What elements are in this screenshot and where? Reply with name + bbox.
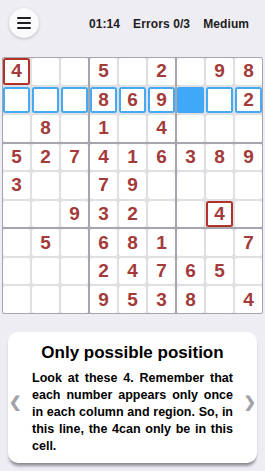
cell-r4c2[interactable]: 2: [32, 144, 59, 171]
menu-button[interactable]: [9, 8, 39, 38]
cell-r4c3[interactable]: 7: [61, 144, 88, 171]
cell-r5c3[interactable]: [61, 172, 88, 199]
next-hint-button[interactable]: ❯: [243, 394, 256, 409]
cell-r5c2[interactable]: [32, 172, 59, 199]
cell-r6c5[interactable]: 2: [119, 201, 146, 228]
cell-r4c5[interactable]: 1: [119, 144, 146, 171]
cell-r1c5[interactable]: [119, 58, 146, 85]
cell-r1c8[interactable]: 9: [206, 58, 233, 85]
cell-r8c4[interactable]: 2: [90, 258, 117, 285]
cell-r4c8[interactable]: 8: [206, 144, 233, 171]
cell-r3c1[interactable]: [3, 115, 30, 142]
box-4: 52739: [3, 144, 88, 228]
cell-r3c7[interactable]: [177, 115, 204, 142]
box-9: 76584: [177, 229, 262, 313]
cell-r7c4[interactable]: 6: [90, 229, 117, 256]
timer: 01:14: [89, 17, 120, 31]
header: 01:14 Errors 0/3 Medium: [0, 0, 265, 47]
cell-r7c7[interactable]: [177, 229, 204, 256]
cell-r6c6[interactable]: [148, 201, 175, 228]
cell-r3c9[interactable]: [235, 115, 262, 142]
cell-r1c9[interactable]: 8: [235, 58, 262, 85]
box-6: 3894: [177, 144, 262, 228]
cell-r2c6[interactable]: 9: [148, 87, 175, 114]
box-8: 681247953: [90, 229, 175, 313]
cell-r8c6[interactable]: 7: [148, 258, 175, 285]
cell-r5c5[interactable]: 9: [119, 172, 146, 199]
cell-r4c4[interactable]: 4: [90, 144, 117, 171]
cell-r1c4[interactable]: 5: [90, 58, 117, 85]
difficulty-label: Medium: [203, 17, 249, 31]
box-1: 48: [3, 58, 88, 142]
cell-r2c4[interactable]: 8: [90, 87, 117, 114]
cell-r7c3[interactable]: [61, 229, 88, 256]
cell-r4c1[interactable]: 5: [3, 144, 30, 171]
cell-r1c3[interactable]: [61, 58, 88, 85]
cell-r1c7[interactable]: [177, 58, 204, 85]
cell-r5c7[interactable]: [177, 172, 204, 199]
cell-r8c8[interactable]: 5: [206, 258, 233, 285]
cell-r3c8[interactable]: [206, 115, 233, 142]
cell-r9c9[interactable]: 4: [235, 286, 262, 313]
cell-r9c5[interactable]: 5: [119, 286, 146, 313]
cell-r7c2[interactable]: 5: [32, 229, 59, 256]
cell-r8c2[interactable]: [32, 258, 59, 285]
cell-r8c7[interactable]: 6: [177, 258, 204, 285]
cell-r3c5[interactable]: [119, 115, 146, 142]
cell-r8c3[interactable]: [61, 258, 88, 285]
cell-r6c4[interactable]: 3: [90, 201, 117, 228]
cell-r2c8[interactable]: [206, 87, 233, 114]
cell-r2c1[interactable]: [3, 87, 30, 114]
cell-r8c9[interactable]: [235, 258, 262, 285]
chevron-right-icon: ❯: [243, 393, 256, 410]
cell-r6c9[interactable]: [235, 201, 262, 228]
cell-r2c9[interactable]: 2: [235, 87, 262, 114]
errors-counter: Errors 0/3: [133, 17, 190, 31]
cell-r5c8[interactable]: [206, 172, 233, 199]
cell-r3c6[interactable]: 4: [148, 115, 175, 142]
cell-r4c9[interactable]: 9: [235, 144, 262, 171]
cell-r7c8[interactable]: [206, 229, 233, 256]
box-7: 5: [3, 229, 88, 313]
cell-r1c6[interactable]: 2: [148, 58, 175, 85]
cell-r7c6[interactable]: 1: [148, 229, 175, 256]
cell-r9c7[interactable]: 8: [177, 286, 204, 313]
cell-r6c8[interactable]: 4: [206, 201, 233, 228]
cell-r2c7[interactable]: [177, 87, 204, 114]
cell-r5c1[interactable]: 3: [3, 172, 30, 199]
cell-r9c3[interactable]: [61, 286, 88, 313]
cell-r9c1[interactable]: [3, 286, 30, 313]
cell-r7c1[interactable]: [3, 229, 30, 256]
cell-r2c5[interactable]: 6: [119, 87, 146, 114]
cell-r5c9[interactable]: [235, 172, 262, 199]
cell-r2c3[interactable]: [61, 87, 88, 114]
cell-r8c5[interactable]: 4: [119, 258, 146, 285]
cell-r7c9[interactable]: 7: [235, 229, 262, 256]
box-3: 982: [177, 58, 262, 142]
cell-r3c4[interactable]: 1: [90, 115, 117, 142]
cell-r3c2[interactable]: 8: [32, 115, 59, 142]
cell-r3c3[interactable]: [61, 115, 88, 142]
hamburger-icon: [17, 17, 31, 29]
sudoku-board: 4852869149825273941679323894568124795376…: [2, 57, 263, 314]
cell-r6c1[interactable]: [3, 201, 30, 228]
hint-title: Only possible position: [8, 332, 257, 363]
cell-r1c2[interactable]: [32, 58, 59, 85]
cell-r6c2[interactable]: [32, 201, 59, 228]
cell-r8c1[interactable]: [3, 258, 30, 285]
sudoku-app: { "game": "sudoku", "position": "4005020…: [0, 0, 265, 471]
hint-panel: Only possible position Look at these 4. …: [8, 332, 257, 463]
cell-r9c2[interactable]: [32, 286, 59, 313]
cell-r1c1[interactable]: 4: [3, 58, 30, 85]
cell-r7c5[interactable]: 8: [119, 229, 146, 256]
cell-r6c7[interactable]: [177, 201, 204, 228]
hint-body: Look at these 4. Remember that each numb…: [32, 370, 233, 455]
cell-r2c2[interactable]: [32, 87, 59, 114]
chevron-left-icon: ❮: [9, 393, 22, 410]
cell-r5c6[interactable]: [148, 172, 175, 199]
cell-r6c3[interactable]: 9: [61, 201, 88, 228]
cell-r4c6[interactable]: 6: [148, 144, 175, 171]
cell-r9c4[interactable]: 9: [90, 286, 117, 313]
cell-r5c4[interactable]: 7: [90, 172, 117, 199]
box-2: 5286914: [90, 58, 175, 142]
cell-r9c8[interactable]: [206, 286, 233, 313]
game-stats: 01:14 Errors 0/3 Medium: [73, 0, 265, 47]
cell-r9c6[interactable]: 3: [148, 286, 175, 313]
box-5: 4167932: [90, 144, 175, 228]
cell-r4c7[interactable]: 3: [177, 144, 204, 171]
previous-hint-button[interactable]: ❮: [9, 394, 22, 409]
